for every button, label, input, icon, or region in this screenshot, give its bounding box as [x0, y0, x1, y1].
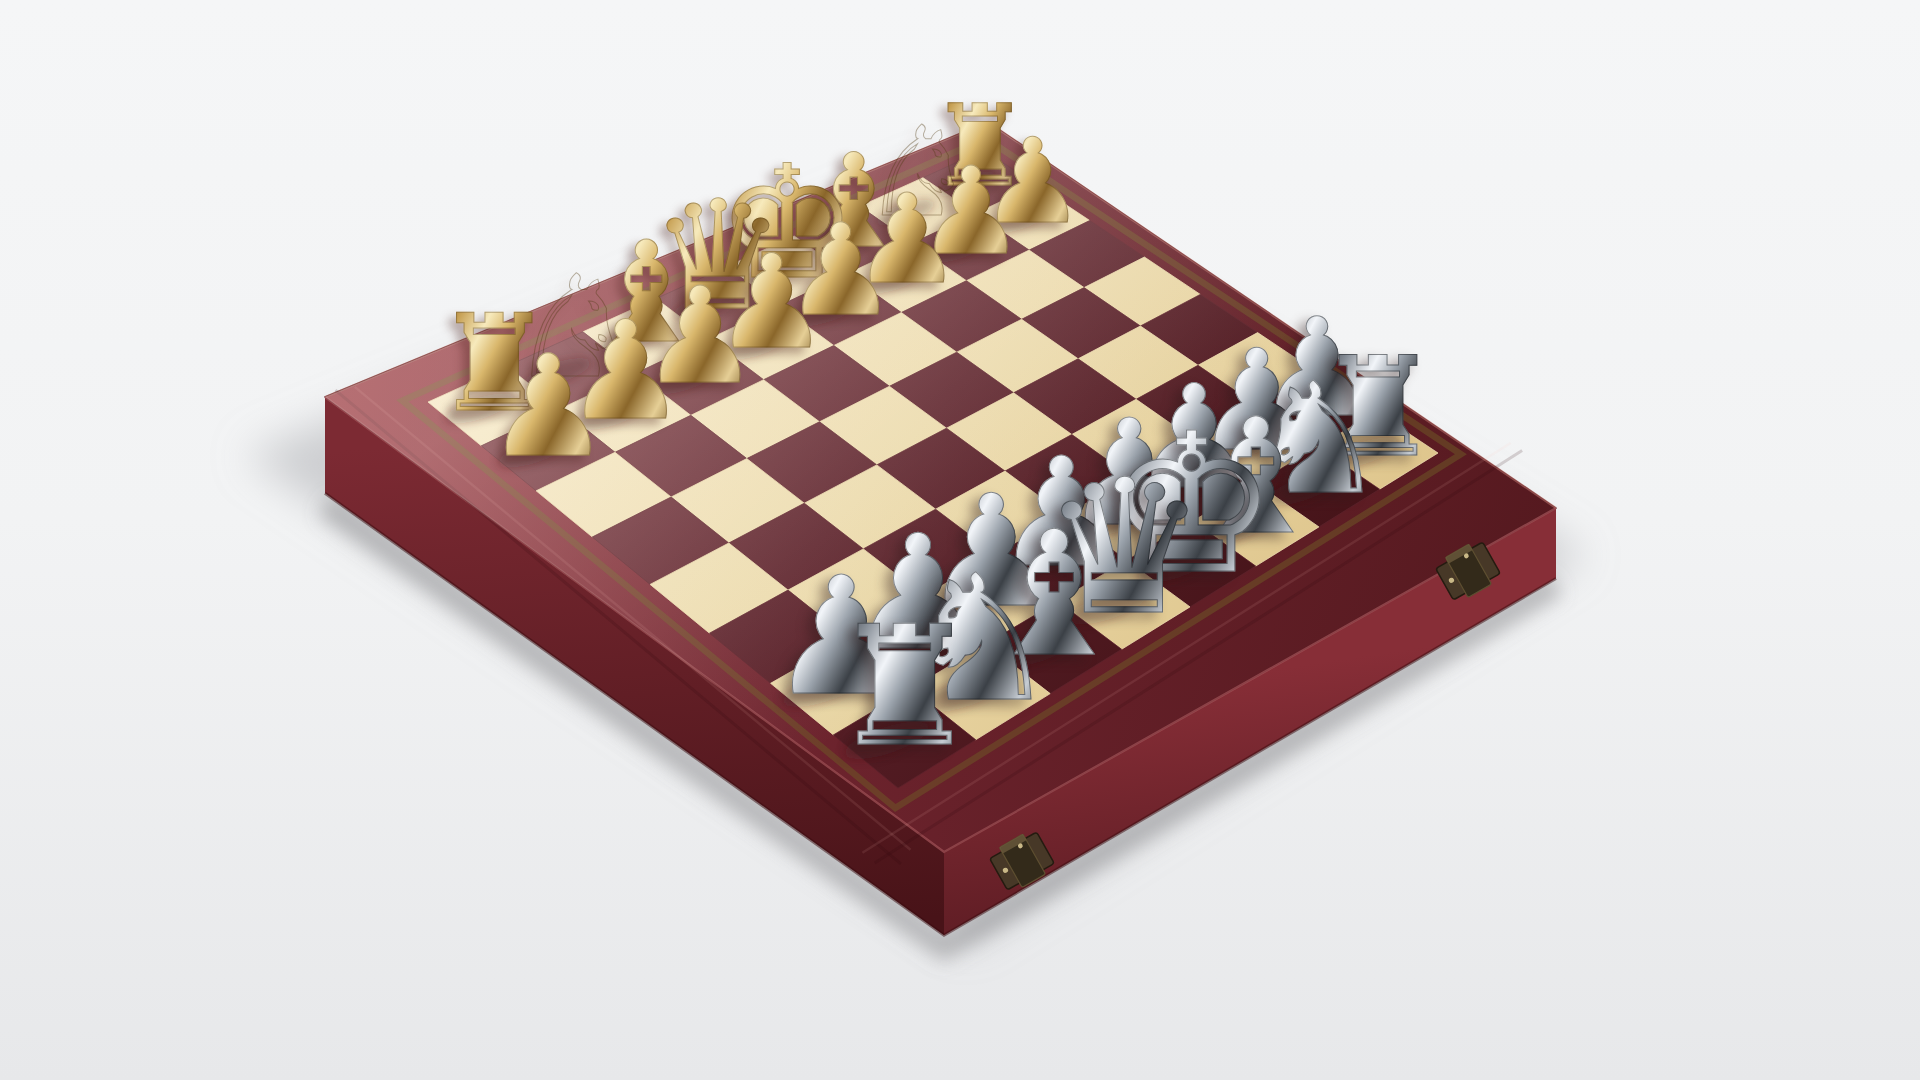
chess-box-scene: ♜♞♟♝♟♚♟♛♟♝♟♞♟♜♟♟♟♟♜♟♞♟♝♟♚♟♛♟♝♟♞♜ [0, 0, 1920, 1080]
chessboard [0, 0, 1920, 1080]
